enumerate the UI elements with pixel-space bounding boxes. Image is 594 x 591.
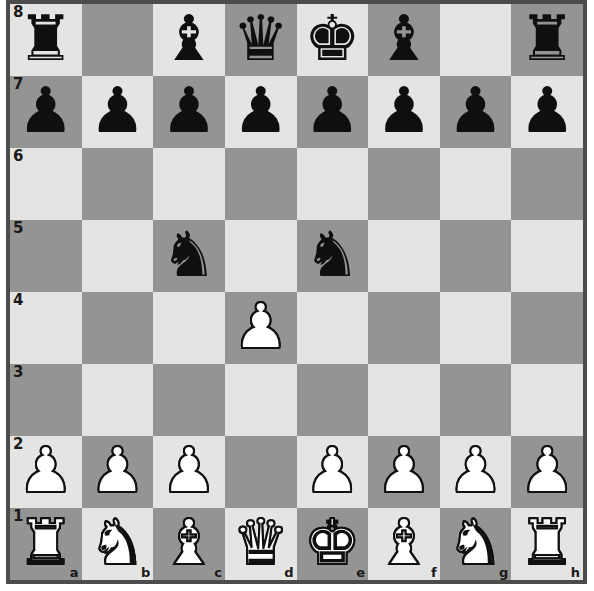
square-g1[interactable]: ♞g (440, 508, 512, 580)
file-label-d: d (284, 566, 293, 580)
square-d4[interactable]: ♟ (225, 292, 297, 364)
piece-black-pawn: ♟ (447, 79, 503, 142)
piece-white-rook: ♜ (18, 511, 74, 574)
square-g3[interactable] (440, 364, 512, 436)
piece-white-pawn: ♟ (519, 439, 575, 502)
square-a2[interactable]: ♟2 (10, 436, 82, 508)
square-h5[interactable] (511, 220, 583, 292)
file-label-g: g (499, 566, 508, 580)
piece-black-queen: ♛ (232, 7, 288, 70)
square-c5[interactable]: ♞ (153, 220, 225, 292)
chess-board: ♜8♝♛♚♝♜♟7♟♟♟♟♟♟♟65♞♞4♟3♟2♟♟♟♟♟♟♜1a♞b♝c♛d… (6, 0, 587, 584)
square-h6[interactable] (511, 148, 583, 220)
piece-white-pawn: ♟ (232, 295, 288, 358)
file-label-c: c (214, 566, 222, 580)
square-d8[interactable]: ♛ (225, 4, 297, 76)
square-e3[interactable] (297, 364, 369, 436)
rank-label-2: 2 (13, 436, 23, 453)
piece-black-rook: ♜ (18, 7, 74, 70)
square-e1[interactable]: ♚e (297, 508, 369, 580)
piece-black-rook: ♜ (519, 7, 575, 70)
square-c2[interactable]: ♟ (153, 436, 225, 508)
square-h3[interactable] (511, 364, 583, 436)
square-b6[interactable] (82, 148, 154, 220)
board-grid: ♜8♝♛♚♝♜♟7♟♟♟♟♟♟♟65♞♞4♟3♟2♟♟♟♟♟♟♜1a♞b♝c♛d… (10, 4, 583, 580)
piece-black-pawn: ♟ (376, 79, 432, 142)
square-a5[interactable]: 5 (10, 220, 82, 292)
square-b5[interactable] (82, 220, 154, 292)
square-d7[interactable]: ♟ (225, 76, 297, 148)
square-e7[interactable]: ♟ (297, 76, 369, 148)
square-c8[interactable]: ♝ (153, 4, 225, 76)
square-f8[interactable]: ♝ (368, 4, 440, 76)
square-e5[interactable]: ♞ (297, 220, 369, 292)
square-h7[interactable]: ♟ (511, 76, 583, 148)
square-c1[interactable]: ♝c (153, 508, 225, 580)
square-h2[interactable]: ♟ (511, 436, 583, 508)
piece-black-pawn: ♟ (519, 79, 575, 142)
square-d2[interactable] (225, 436, 297, 508)
square-a4[interactable]: 4 (10, 292, 82, 364)
piece-black-knight: ♞ (161, 223, 217, 286)
square-b8[interactable] (82, 4, 154, 76)
square-e2[interactable]: ♟ (297, 436, 369, 508)
piece-white-pawn: ♟ (89, 439, 145, 502)
square-a1[interactable]: ♜1a (10, 508, 82, 580)
rank-label-1: 1 (13, 508, 23, 525)
square-b1[interactable]: ♞b (82, 508, 154, 580)
rank-label-8: 8 (13, 4, 23, 21)
piece-white-pawn: ♟ (161, 439, 217, 502)
square-c3[interactable] (153, 364, 225, 436)
square-d3[interactable] (225, 364, 297, 436)
piece-white-rook: ♜ (519, 511, 575, 574)
square-c4[interactable] (153, 292, 225, 364)
square-f2[interactable]: ♟ (368, 436, 440, 508)
rank-label-4: 4 (13, 292, 23, 309)
piece-white-bishop: ♝ (161, 511, 217, 574)
file-label-e: e (356, 566, 365, 580)
piece-white-pawn: ♟ (304, 439, 360, 502)
piece-white-queen: ♛ (232, 511, 288, 574)
piece-white-pawn: ♟ (376, 439, 432, 502)
rank-label-3: 3 (13, 364, 23, 381)
rank-label-5: 5 (13, 220, 23, 237)
square-f6[interactable] (368, 148, 440, 220)
square-g4[interactable] (440, 292, 512, 364)
square-c6[interactable] (153, 148, 225, 220)
square-b7[interactable]: ♟ (82, 76, 154, 148)
square-b4[interactable] (82, 292, 154, 364)
square-h4[interactable] (511, 292, 583, 364)
square-g5[interactable] (440, 220, 512, 292)
square-g6[interactable] (440, 148, 512, 220)
piece-black-pawn: ♟ (304, 79, 360, 142)
square-a6[interactable]: 6 (10, 148, 82, 220)
piece-white-knight: ♞ (447, 511, 503, 574)
square-g7[interactable]: ♟ (440, 76, 512, 148)
square-g2[interactable]: ♟ (440, 436, 512, 508)
file-label-b: b (141, 566, 150, 580)
square-h1[interactable]: ♜h (511, 508, 583, 580)
piece-black-pawn: ♟ (232, 79, 288, 142)
square-f5[interactable] (368, 220, 440, 292)
piece-black-pawn: ♟ (89, 79, 145, 142)
square-f4[interactable] (368, 292, 440, 364)
square-d5[interactable] (225, 220, 297, 292)
square-d1[interactable]: ♛d (225, 508, 297, 580)
square-e6[interactable] (297, 148, 369, 220)
piece-black-bishop: ♝ (161, 7, 217, 70)
piece-black-knight: ♞ (304, 223, 360, 286)
file-label-h: h (571, 566, 580, 580)
rank-label-7: 7 (13, 76, 23, 93)
piece-white-bishop: ♝ (376, 511, 432, 574)
square-b2[interactable]: ♟ (82, 436, 154, 508)
square-a8[interactable]: ♜8 (10, 4, 82, 76)
piece-white-king: ♚ (304, 511, 360, 574)
file-label-f: f (431, 566, 437, 580)
piece-black-pawn: ♟ (18, 79, 74, 142)
piece-white-knight: ♞ (89, 511, 145, 574)
piece-black-bishop: ♝ (376, 7, 432, 70)
square-c7[interactable]: ♟ (153, 76, 225, 148)
square-f3[interactable] (368, 364, 440, 436)
square-a3[interactable]: 3 (10, 364, 82, 436)
square-h8[interactable]: ♜ (511, 4, 583, 76)
piece-black-pawn: ♟ (161, 79, 217, 142)
rank-label-6: 6 (13, 148, 23, 165)
file-label-a: a (70, 566, 79, 580)
square-b3[interactable] (82, 364, 154, 436)
square-a7[interactable]: ♟7 (10, 76, 82, 148)
square-d6[interactable] (225, 148, 297, 220)
square-g8[interactable] (440, 4, 512, 76)
square-f7[interactable]: ♟ (368, 76, 440, 148)
square-e8[interactable]: ♚ (297, 4, 369, 76)
square-f1[interactable]: ♝f (368, 508, 440, 580)
piece-white-pawn: ♟ (447, 439, 503, 502)
square-e4[interactable] (297, 292, 369, 364)
piece-black-king: ♚ (304, 7, 360, 70)
piece-white-pawn: ♟ (18, 439, 74, 502)
